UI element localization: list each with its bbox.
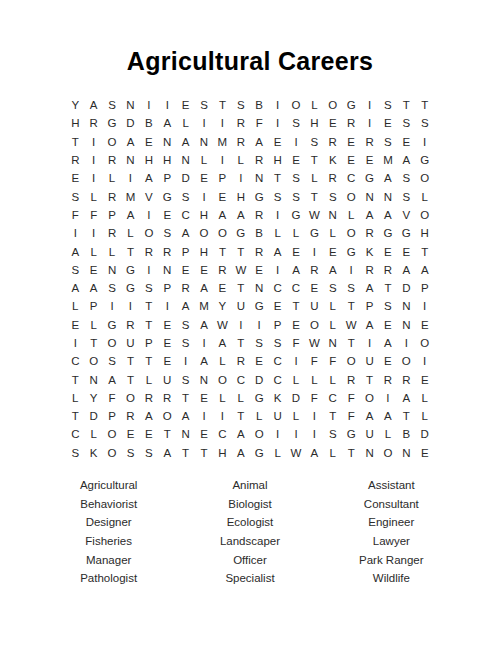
grid-cell: S bbox=[140, 444, 158, 462]
grid-cell: I bbox=[84, 133, 102, 151]
grid-cell: A bbox=[397, 389, 415, 407]
grid-cell: I bbox=[268, 206, 286, 224]
grid-cell: E bbox=[416, 370, 434, 388]
word-list-item: Officer bbox=[179, 550, 320, 569]
grid-cell: R bbox=[158, 389, 176, 407]
grid-cell: A bbox=[158, 444, 176, 462]
grid-cell: A bbox=[379, 407, 397, 425]
grid-cell: I bbox=[287, 425, 305, 443]
grid-cell: L bbox=[342, 206, 360, 224]
grid-cell: S bbox=[66, 261, 84, 279]
grid-cell: E bbox=[342, 133, 360, 151]
grid-cell: L bbox=[324, 224, 342, 242]
grid-cell: L bbox=[305, 96, 323, 114]
grid-cell: E bbox=[360, 151, 378, 169]
grid-cell: S bbox=[287, 114, 305, 132]
grid-cell: A bbox=[232, 425, 250, 443]
grid-cell: T bbox=[342, 334, 360, 352]
grid-cell: A bbox=[379, 206, 397, 224]
grid-cell: U bbox=[360, 425, 378, 443]
grid-cell: A bbox=[66, 279, 84, 297]
grid-cell: U bbox=[121, 334, 139, 352]
word-list-item: Agricultural bbox=[38, 476, 179, 495]
grid-cell: G bbox=[397, 224, 415, 242]
grid-cell: I bbox=[305, 407, 323, 425]
grid-cell: F bbox=[342, 407, 360, 425]
grid-cell: I bbox=[213, 114, 231, 132]
puzzle-title: Agricultural Careers bbox=[0, 0, 500, 75]
grid-cell: U bbox=[305, 297, 323, 315]
grid-cell: F bbox=[250, 114, 268, 132]
grid-cell: D bbox=[84, 407, 102, 425]
grid-cell: R bbox=[250, 151, 268, 169]
grid-cell: A bbox=[103, 370, 121, 388]
grid-cell: A bbox=[140, 407, 158, 425]
grid-cell: O bbox=[416, 206, 434, 224]
grid-cell: H bbox=[232, 187, 250, 205]
grid-cell: D bbox=[416, 425, 434, 443]
grid-cell: L bbox=[232, 151, 250, 169]
grid-cell: G bbox=[360, 169, 378, 187]
grid-cell: G bbox=[121, 261, 139, 279]
grid-cell: F bbox=[305, 389, 323, 407]
grid-cell: I bbox=[268, 425, 286, 443]
grid-cell: R bbox=[158, 242, 176, 260]
grid-cell: I bbox=[250, 316, 268, 334]
grid-cell: C bbox=[66, 425, 84, 443]
grid-cell: S bbox=[158, 224, 176, 242]
grid-cell: T bbox=[268, 169, 286, 187]
grid-cell: G bbox=[305, 224, 323, 242]
grid-cell: T bbox=[66, 370, 84, 388]
grid-cell: V bbox=[140, 187, 158, 205]
grid-cell: O bbox=[195, 224, 213, 242]
grid-cell: L bbox=[66, 389, 84, 407]
grid-cell: R bbox=[84, 114, 102, 132]
grid-cell: I bbox=[84, 169, 102, 187]
grid-cell: T bbox=[158, 425, 176, 443]
grid-cell: R bbox=[176, 279, 194, 297]
grid-cell: A bbox=[140, 169, 158, 187]
grid-cell: I bbox=[140, 96, 158, 114]
grid-cell: N bbox=[103, 261, 121, 279]
grid-cell: R bbox=[342, 370, 360, 388]
grid-cell: T bbox=[195, 444, 213, 462]
grid-cell: I bbox=[232, 169, 250, 187]
grid-cell: G bbox=[250, 444, 268, 462]
word-list-item: Manager bbox=[38, 550, 179, 569]
grid-cell: R bbox=[379, 261, 397, 279]
grid-cell: N bbox=[397, 297, 415, 315]
grid-cell: L bbox=[305, 370, 323, 388]
grid-cell: S bbox=[103, 279, 121, 297]
grid-cell: T bbox=[140, 316, 158, 334]
grid-cell: H bbox=[158, 151, 176, 169]
grid-cell: E bbox=[195, 425, 213, 443]
grid-cell: N bbox=[195, 370, 213, 388]
grid-cell: I bbox=[66, 334, 84, 352]
grid-cell: A bbox=[379, 334, 397, 352]
grid-cell: S bbox=[176, 316, 194, 334]
grid-cell: E bbox=[195, 389, 213, 407]
grid-cell: L bbox=[416, 407, 434, 425]
grid-cell: A bbox=[305, 444, 323, 462]
grid-cell: E bbox=[287, 316, 305, 334]
grid-cell: L bbox=[195, 151, 213, 169]
grid-cell: R bbox=[103, 151, 121, 169]
grid-cell: W bbox=[232, 261, 250, 279]
grid-cell: P bbox=[416, 279, 434, 297]
grid-cell: H bbox=[140, 151, 158, 169]
grid-cell: C bbox=[324, 389, 342, 407]
grid-cell: S bbox=[324, 425, 342, 443]
grid-cell: P bbox=[140, 334, 158, 352]
grid-cell: L bbox=[176, 114, 194, 132]
grid-cell: T bbox=[416, 242, 434, 260]
grid-cell: L bbox=[324, 444, 342, 462]
grid-cell: L bbox=[213, 389, 231, 407]
grid-cell: I bbox=[84, 151, 102, 169]
grid-cell: O bbox=[140, 224, 158, 242]
word-list-item: Behaviorist bbox=[38, 495, 179, 514]
grid-cell: E bbox=[140, 133, 158, 151]
grid-cell: I bbox=[84, 224, 102, 242]
grid-cell: S bbox=[379, 297, 397, 315]
grid-cell: E bbox=[158, 334, 176, 352]
grid-cell: E bbox=[84, 261, 102, 279]
grid-cell: Y bbox=[66, 96, 84, 114]
word-list-item: Engineer bbox=[321, 513, 462, 532]
grid-cell: A bbox=[176, 133, 194, 151]
grid-cell: L bbox=[84, 316, 102, 334]
word-search-grid: YASNIIESTSBIOLOGISTTHRGDBALIIRFISHERIESS… bbox=[0, 96, 500, 462]
grid-cell: T bbox=[324, 407, 342, 425]
grid-cell: I bbox=[342, 261, 360, 279]
grid-cell: E bbox=[287, 151, 305, 169]
grid-cell: P bbox=[176, 242, 194, 260]
grid-cell: L bbox=[66, 297, 84, 315]
grid-cell: S bbox=[379, 96, 397, 114]
grid-cell: T bbox=[140, 352, 158, 370]
grid-cell: O bbox=[213, 370, 231, 388]
grid-cell: I bbox=[360, 96, 378, 114]
grid-cell: N bbox=[121, 151, 139, 169]
grid-cell: A bbox=[121, 206, 139, 224]
grid-cell: S bbox=[324, 187, 342, 205]
grid-cell: E bbox=[305, 279, 323, 297]
grid-cell: V bbox=[397, 206, 415, 224]
grid-cell: A bbox=[360, 279, 378, 297]
grid-cell: L bbox=[324, 297, 342, 315]
grid-cell: C bbox=[66, 352, 84, 370]
grid-cell: O bbox=[287, 96, 305, 114]
grid-cell: A bbox=[379, 169, 397, 187]
grid-cell: S bbox=[379, 133, 397, 151]
grid-cell: E bbox=[195, 261, 213, 279]
grid-cell: B bbox=[397, 425, 415, 443]
grid-cell: S bbox=[176, 187, 194, 205]
grid-cell: N bbox=[121, 96, 139, 114]
grid-cell: T bbox=[416, 96, 434, 114]
grid-cell: R bbox=[250, 206, 268, 224]
grid-cell: N bbox=[379, 187, 397, 205]
grid-cell: L bbox=[140, 370, 158, 388]
grid-cell: S bbox=[268, 334, 286, 352]
grid-cell: E bbox=[268, 133, 286, 151]
grid-cell: F bbox=[305, 352, 323, 370]
grid-cell: I bbox=[195, 334, 213, 352]
grid-cell: I bbox=[195, 114, 213, 132]
grid-cell: K bbox=[360, 242, 378, 260]
grid-cell: L bbox=[324, 370, 342, 388]
grid-cell: L bbox=[84, 242, 102, 260]
grid-cell: I bbox=[195, 187, 213, 205]
grid-cell: E bbox=[66, 316, 84, 334]
grid-cell: R bbox=[250, 242, 268, 260]
grid-cell: S bbox=[103, 352, 121, 370]
grid-cell: G bbox=[232, 224, 250, 242]
grid-cell: T bbox=[232, 407, 250, 425]
grid-cell: K bbox=[84, 444, 102, 462]
grid-cell: R bbox=[232, 114, 250, 132]
grid-cell: E bbox=[324, 242, 342, 260]
grid-cell: T bbox=[305, 187, 323, 205]
grid-cell: R bbox=[232, 352, 250, 370]
grid-cell: P bbox=[103, 407, 121, 425]
grid-cell: D bbox=[287, 389, 305, 407]
word-list-item: Fisheries bbox=[38, 532, 179, 551]
grid-cell: R bbox=[121, 407, 139, 425]
grid-cell: G bbox=[158, 187, 176, 205]
grid-cell: F bbox=[66, 206, 84, 224]
grid-cell: A bbox=[324, 261, 342, 279]
grid-cell: C bbox=[268, 370, 286, 388]
grid-cell: S bbox=[324, 279, 342, 297]
grid-cell: I bbox=[379, 389, 397, 407]
grid-cell: N bbox=[250, 279, 268, 297]
grid-cell: A bbox=[360, 316, 378, 334]
grid-cell: R bbox=[360, 261, 378, 279]
grid-cell: T bbox=[305, 151, 323, 169]
grid-cell: H bbox=[66, 114, 84, 132]
grid-cell: N bbox=[360, 187, 378, 205]
grid-cell: D bbox=[250, 370, 268, 388]
grid-cell: D bbox=[176, 169, 194, 187]
grid-cell: D bbox=[397, 279, 415, 297]
grid-cell: I bbox=[121, 297, 139, 315]
grid-cell: L bbox=[121, 224, 139, 242]
grid-cell: W bbox=[287, 444, 305, 462]
grid-cell: A bbox=[176, 297, 194, 315]
grid-cell: A bbox=[287, 261, 305, 279]
grid-cell: T bbox=[287, 297, 305, 315]
grid-cell: N bbox=[84, 370, 102, 388]
grid-cell: K bbox=[268, 389, 286, 407]
word-list-item: Landscaper bbox=[179, 532, 320, 551]
grid-cell: L bbox=[416, 187, 434, 205]
grid-cell: S bbox=[232, 96, 250, 114]
grid-cell: F bbox=[287, 334, 305, 352]
grid-cell: E bbox=[250, 261, 268, 279]
grid-cell: R bbox=[140, 242, 158, 260]
grid-cell: G bbox=[379, 224, 397, 242]
grid-cell: S bbox=[287, 187, 305, 205]
grid-cell: T bbox=[84, 334, 102, 352]
grid-cell: G bbox=[103, 114, 121, 132]
grid-cell: C bbox=[232, 370, 250, 388]
grid-cell: A bbox=[195, 279, 213, 297]
grid-cell: M bbox=[379, 151, 397, 169]
grid-cell: M bbox=[121, 187, 139, 205]
grid-cell: O bbox=[416, 169, 434, 187]
grid-cell: A bbox=[84, 279, 102, 297]
grid-cell: G bbox=[342, 425, 360, 443]
grid-cell: T bbox=[232, 242, 250, 260]
grid-cell: N bbox=[324, 334, 342, 352]
grid-cell: L bbox=[287, 370, 305, 388]
grid-cell: I bbox=[158, 297, 176, 315]
grid-cell: A bbox=[416, 261, 434, 279]
grid-cell: U bbox=[268, 407, 286, 425]
grid-cell: E bbox=[397, 242, 415, 260]
grid-cell: A bbox=[360, 206, 378, 224]
grid-cell: S bbox=[103, 96, 121, 114]
word-list: AgriculturalBehavioristDesignerFisheries… bbox=[38, 476, 462, 588]
grid-cell: O bbox=[342, 224, 360, 242]
grid-cell: L bbox=[84, 425, 102, 443]
grid-cell: O bbox=[379, 444, 397, 462]
grid-cell: E bbox=[416, 316, 434, 334]
grid-cell: E bbox=[379, 242, 397, 260]
grid-cell: S bbox=[397, 187, 415, 205]
grid-cell: H bbox=[213, 444, 231, 462]
grid-cell: E bbox=[158, 352, 176, 370]
grid-cell: R bbox=[66, 151, 84, 169]
grid-cell: A bbox=[121, 133, 139, 151]
grid-cell: E bbox=[121, 425, 139, 443]
grid-cell: Y bbox=[213, 297, 231, 315]
grid-cell: A bbox=[213, 334, 231, 352]
grid-cell: W bbox=[305, 206, 323, 224]
grid-cell: S bbox=[121, 444, 139, 462]
grid-cell: N bbox=[158, 133, 176, 151]
word-search-worksheet: Agricultural Careers YASNIIESTSBIOLOGIST… bbox=[0, 0, 500, 647]
grid-cell: A bbox=[176, 407, 194, 425]
grid-cell: A bbox=[176, 224, 194, 242]
grid-cell: T bbox=[121, 370, 139, 388]
grid-cell: A bbox=[360, 407, 378, 425]
grid-cell: L bbox=[379, 425, 397, 443]
grid-cell: F bbox=[103, 389, 121, 407]
grid-cell: S bbox=[342, 279, 360, 297]
grid-cell: O bbox=[103, 444, 121, 462]
grid-cell: I bbox=[176, 352, 194, 370]
grid-cell: G bbox=[250, 297, 268, 315]
grid-cell: N bbox=[360, 444, 378, 462]
grid-cell: I bbox=[287, 133, 305, 151]
grid-cell: N bbox=[250, 169, 268, 187]
grid-cell: E bbox=[195, 169, 213, 187]
word-list-item: Biologist bbox=[179, 495, 320, 514]
grid-cell: G bbox=[342, 242, 360, 260]
grid-cell: O bbox=[84, 352, 102, 370]
word-list-item: Pathologist bbox=[38, 569, 179, 588]
grid-cell: T bbox=[66, 407, 84, 425]
grid-cell: S bbox=[250, 334, 268, 352]
grid-cell: L bbox=[103, 169, 121, 187]
grid-cell: L bbox=[250, 407, 268, 425]
grid-cell: B bbox=[140, 114, 158, 132]
grid-cell: A bbox=[66, 242, 84, 260]
grid-cell: O bbox=[342, 187, 360, 205]
grid-cell: N bbox=[397, 316, 415, 334]
grid-cell: B bbox=[250, 224, 268, 242]
grid-cell: E bbox=[213, 279, 231, 297]
grid-cell: I bbox=[140, 206, 158, 224]
grid-cell: C bbox=[268, 352, 286, 370]
word-list-item: Animal bbox=[179, 476, 320, 495]
grid-cell: S bbox=[416, 114, 434, 132]
grid-cell: O bbox=[103, 133, 121, 151]
grid-cell: L bbox=[84, 187, 102, 205]
word-list-item: Ecologist bbox=[179, 513, 320, 532]
grid-cell: I bbox=[268, 114, 286, 132]
grid-cell: P bbox=[103, 206, 121, 224]
grid-cell: E bbox=[176, 261, 194, 279]
grid-cell: N bbox=[176, 425, 194, 443]
word-list-item: Assistant bbox=[321, 476, 462, 495]
grid-cell: B bbox=[250, 96, 268, 114]
grid-cell: S bbox=[287, 169, 305, 187]
grid-cell: W bbox=[213, 316, 231, 334]
grid-cell: H bbox=[195, 242, 213, 260]
grid-cell: O bbox=[397, 352, 415, 370]
grid-cell: R bbox=[324, 169, 342, 187]
grid-cell: E bbox=[268, 297, 286, 315]
grid-cell: I bbox=[305, 242, 323, 260]
grid-cell: I bbox=[103, 297, 121, 315]
grid-cell: O bbox=[121, 389, 139, 407]
grid-cell: G bbox=[416, 151, 434, 169]
grid-cell: R bbox=[103, 187, 121, 205]
grid-cell: M bbox=[195, 297, 213, 315]
grid-cell: E bbox=[158, 316, 176, 334]
grid-cell: T bbox=[379, 279, 397, 297]
word-list-item: Designer bbox=[38, 513, 179, 532]
grid-cell: R bbox=[213, 261, 231, 279]
grid-cell: R bbox=[232, 133, 250, 151]
grid-cell: T bbox=[232, 334, 250, 352]
grid-cell: P bbox=[213, 169, 231, 187]
grid-cell: L bbox=[324, 316, 342, 334]
grid-cell: I bbox=[140, 261, 158, 279]
grid-cell: E bbox=[416, 444, 434, 462]
grid-cell: T bbox=[213, 242, 231, 260]
grid-cell: I bbox=[232, 316, 250, 334]
grid-cell: C bbox=[342, 169, 360, 187]
grid-cell: H bbox=[416, 224, 434, 242]
grid-cell: T bbox=[121, 352, 139, 370]
grid-cell: P bbox=[158, 169, 176, 187]
grid-cell: I bbox=[158, 96, 176, 114]
grid-cell: E bbox=[379, 114, 397, 132]
grid-cell: N bbox=[176, 151, 194, 169]
grid-cell: E bbox=[140, 425, 158, 443]
grid-cell: F bbox=[84, 206, 102, 224]
grid-cell: P bbox=[158, 279, 176, 297]
grid-cell: S bbox=[176, 370, 194, 388]
grid-cell: N bbox=[158, 261, 176, 279]
